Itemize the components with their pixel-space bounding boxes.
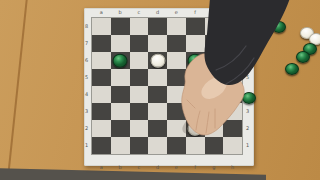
square-c8[interactable] xyxy=(130,18,149,35)
square-a5[interactable] xyxy=(92,69,111,86)
square-e1[interactable] xyxy=(167,137,186,154)
square-a3[interactable] xyxy=(92,103,111,120)
square-g5[interactable] xyxy=(205,69,224,86)
square-d3[interactable] xyxy=(148,103,167,120)
loose-piece-green-1[interactable] xyxy=(272,21,286,33)
coord-label-3: 3 xyxy=(246,103,249,120)
square-e6[interactable] xyxy=(167,52,186,69)
coord-label-b: b xyxy=(111,165,130,170)
square-h5[interactable] xyxy=(223,69,242,86)
loose-piece-green-5[interactable] xyxy=(296,51,310,63)
square-h2[interactable] xyxy=(223,120,242,137)
piece-white-d6[interactable] xyxy=(150,53,165,67)
square-f5[interactable] xyxy=(186,69,205,86)
piece-green-f6[interactable] xyxy=(188,53,203,67)
coord-label-7: 7 xyxy=(246,35,249,52)
square-a1[interactable] xyxy=(92,137,111,154)
coord-label-d: d xyxy=(148,10,167,15)
square-f6[interactable] xyxy=(186,52,205,69)
coord-label-d: d xyxy=(148,165,167,170)
square-d4[interactable] xyxy=(148,86,167,103)
square-b7[interactable] xyxy=(111,35,130,52)
square-g1[interactable] xyxy=(205,137,224,154)
rank-labels-left: 87654321 xyxy=(85,18,88,154)
coord-label-a: a xyxy=(92,10,111,15)
square-d8[interactable] xyxy=(148,18,167,35)
coord-label-5: 5 xyxy=(85,69,88,86)
coord-label-7: 7 xyxy=(85,35,88,52)
square-c5[interactable] xyxy=(130,69,149,86)
square-g8[interactable] xyxy=(205,18,224,35)
square-g3[interactable] xyxy=(205,103,224,120)
square-e4[interactable] xyxy=(167,86,186,103)
loose-piece-green-0[interactable] xyxy=(242,92,256,104)
coord-label-g: g xyxy=(205,10,224,15)
loose-piece-green-6[interactable] xyxy=(285,63,299,75)
square-e5[interactable] xyxy=(167,69,186,86)
checkers-scene: abcdefgh abcdefgh 87654321 87654321 xyxy=(0,0,320,180)
rank-labels-right: 87654321 xyxy=(246,18,249,154)
coord-label-c: c xyxy=(130,10,149,15)
square-a8[interactable] xyxy=(92,18,111,35)
square-f2[interactable] xyxy=(186,120,205,137)
square-a2[interactable] xyxy=(92,120,111,137)
square-e7[interactable] xyxy=(167,35,186,52)
file-labels-bottom: abcdefgh xyxy=(92,165,242,170)
square-d7[interactable] xyxy=(148,35,167,52)
coord-label-5: 5 xyxy=(246,69,249,86)
square-b4[interactable] xyxy=(111,86,130,103)
square-f7[interactable] xyxy=(186,35,205,52)
square-b5[interactable] xyxy=(111,69,130,86)
coord-label-h: h xyxy=(223,165,242,170)
square-g6[interactable] xyxy=(205,52,224,69)
square-d5[interactable] xyxy=(148,69,167,86)
square-h1[interactable] xyxy=(223,137,242,154)
square-c6[interactable] xyxy=(130,52,149,69)
square-a7[interactable] xyxy=(92,35,111,52)
coord-label-a: a xyxy=(92,165,111,170)
coord-label-8: 8 xyxy=(246,18,249,35)
square-h7[interactable] xyxy=(223,35,242,52)
coord-label-3: 3 xyxy=(85,103,88,120)
square-f3[interactable] xyxy=(186,103,205,120)
square-d1[interactable] xyxy=(148,137,167,154)
square-g7[interactable] xyxy=(205,35,224,52)
board-grid xyxy=(92,18,242,154)
square-b3[interactable] xyxy=(111,103,130,120)
square-g4[interactable] xyxy=(205,86,224,103)
square-d2[interactable] xyxy=(148,120,167,137)
square-c1[interactable] xyxy=(130,137,149,154)
coord-label-e: e xyxy=(167,10,186,15)
coord-label-4: 4 xyxy=(85,86,88,103)
square-c7[interactable] xyxy=(130,35,149,52)
square-h6[interactable] xyxy=(223,52,242,69)
coord-label-6: 6 xyxy=(246,52,249,69)
square-b2[interactable] xyxy=(111,120,130,137)
square-e3[interactable] xyxy=(167,103,186,120)
coord-label-8: 8 xyxy=(85,18,88,35)
coord-label-b: b xyxy=(111,10,130,15)
square-c2[interactable] xyxy=(130,120,149,137)
square-b6[interactable] xyxy=(111,52,130,69)
square-h3[interactable] xyxy=(223,103,242,120)
square-e2[interactable] xyxy=(167,120,186,137)
square-b1[interactable] xyxy=(111,137,130,154)
square-h8[interactable] xyxy=(223,18,242,35)
coord-label-f: f xyxy=(186,165,205,170)
coord-label-f: f xyxy=(186,10,205,15)
square-c4[interactable] xyxy=(130,86,149,103)
piece-white-f2[interactable] xyxy=(188,121,203,135)
coord-label-2: 2 xyxy=(246,120,249,137)
square-f1[interactable] xyxy=(186,137,205,154)
square-f8[interactable] xyxy=(186,18,205,35)
square-b8[interactable] xyxy=(111,18,130,35)
coord-label-h: h xyxy=(223,10,242,15)
coord-label-e: e xyxy=(167,165,186,170)
square-c3[interactable] xyxy=(130,103,149,120)
square-a4[interactable] xyxy=(92,86,111,103)
coord-label-1: 1 xyxy=(246,137,249,154)
square-g2[interactable] xyxy=(205,120,224,137)
square-h4[interactable] xyxy=(223,86,242,103)
coord-label-2: 2 xyxy=(85,120,88,137)
coord-label-c: c xyxy=(130,165,149,170)
coord-label-g: g xyxy=(205,165,224,170)
square-e8[interactable] xyxy=(167,18,186,35)
coord-label-1: 1 xyxy=(85,137,88,154)
square-d6[interactable] xyxy=(148,52,167,69)
square-f4[interactable] xyxy=(186,86,205,103)
square-a6[interactable] xyxy=(92,52,111,69)
checkers-board: abcdefgh abcdefgh 87654321 87654321 xyxy=(84,8,254,166)
table-seam-line xyxy=(6,0,29,180)
piece-green-b6[interactable] xyxy=(113,53,128,67)
file-labels-top: abcdefgh xyxy=(92,10,242,15)
coord-label-6: 6 xyxy=(85,52,88,69)
